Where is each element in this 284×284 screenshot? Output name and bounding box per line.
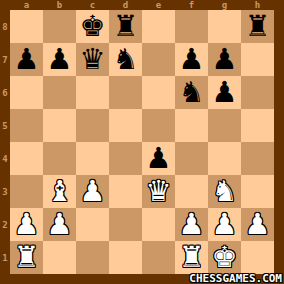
square-c4 bbox=[76, 142, 109, 175]
square-c5 bbox=[76, 109, 109, 142]
square-e8 bbox=[142, 10, 175, 43]
square-b6 bbox=[43, 76, 76, 109]
square-b8 bbox=[43, 10, 76, 43]
piece-white-pawn: ♟ bbox=[80, 175, 106, 208]
rank-label-1: 1 bbox=[0, 241, 10, 274]
file-labels: abcdefgh bbox=[10, 0, 274, 10]
square-d2 bbox=[109, 208, 142, 241]
square-e5 bbox=[142, 109, 175, 142]
square-h1 bbox=[241, 241, 274, 274]
piece-white-bishop: ♝ bbox=[47, 175, 73, 208]
square-f4 bbox=[175, 142, 208, 175]
piece-black-knight: ♞ bbox=[179, 76, 205, 109]
square-e7 bbox=[142, 43, 175, 76]
square-c8: ♚ bbox=[76, 10, 109, 43]
piece-black-pawn: ♟ bbox=[212, 76, 238, 109]
square-h2: ♟ bbox=[241, 208, 274, 241]
square-f6: ♞ bbox=[175, 76, 208, 109]
rank-labels: 87654321 bbox=[0, 10, 10, 274]
piece-black-rook: ♜ bbox=[245, 10, 271, 43]
piece-white-pawn: ♟ bbox=[14, 208, 40, 241]
piece-black-king: ♚ bbox=[80, 10, 106, 43]
square-b2: ♟ bbox=[43, 208, 76, 241]
site-label: CHESSGAMES.COM bbox=[189, 273, 282, 284]
square-f1: ♜ bbox=[175, 241, 208, 274]
square-c2 bbox=[76, 208, 109, 241]
piece-white-king: ♚ bbox=[212, 241, 238, 274]
square-f8 bbox=[175, 10, 208, 43]
square-e6 bbox=[142, 76, 175, 109]
square-a1: ♜ bbox=[10, 241, 43, 274]
square-h6 bbox=[241, 76, 274, 109]
square-h3 bbox=[241, 175, 274, 208]
piece-black-pawn: ♟ bbox=[14, 43, 40, 76]
square-d5 bbox=[109, 109, 142, 142]
rank-label-5: 5 bbox=[0, 109, 10, 142]
piece-white-pawn: ♟ bbox=[179, 208, 205, 241]
square-f5 bbox=[175, 109, 208, 142]
square-d8: ♜ bbox=[109, 10, 142, 43]
rank-label-4: 4 bbox=[0, 142, 10, 175]
square-f3 bbox=[175, 175, 208, 208]
rank-label-7: 7 bbox=[0, 43, 10, 76]
square-b5 bbox=[43, 109, 76, 142]
piece-black-knight: ♞ bbox=[113, 43, 139, 76]
square-a6 bbox=[10, 76, 43, 109]
rank-label-2: 2 bbox=[0, 208, 10, 241]
chess-diagram-frame: abcdefgh 87654321 ♚♜♜♟♟♛♞♟♟♞♟♟♝♟♛♞♟♟♟♟♟♜… bbox=[0, 0, 284, 284]
square-e2 bbox=[142, 208, 175, 241]
piece-white-pawn: ♟ bbox=[245, 208, 271, 241]
square-h7 bbox=[241, 43, 274, 76]
square-a3 bbox=[10, 175, 43, 208]
square-b3: ♝ bbox=[43, 175, 76, 208]
square-b1 bbox=[43, 241, 76, 274]
rank-label-3: 3 bbox=[0, 175, 10, 208]
square-g2: ♟ bbox=[208, 208, 241, 241]
square-h8: ♜ bbox=[241, 10, 274, 43]
square-d6 bbox=[109, 76, 142, 109]
piece-black-pawn: ♟ bbox=[179, 43, 205, 76]
piece-white-knight: ♞ bbox=[212, 175, 238, 208]
piece-white-pawn: ♟ bbox=[47, 208, 73, 241]
square-a8 bbox=[10, 10, 43, 43]
piece-white-queen: ♛ bbox=[146, 175, 172, 208]
square-f2: ♟ bbox=[175, 208, 208, 241]
square-g5 bbox=[208, 109, 241, 142]
square-g8 bbox=[208, 10, 241, 43]
square-h5 bbox=[241, 109, 274, 142]
chess-board: ♚♜♜♟♟♛♞♟♟♞♟♟♝♟♛♞♟♟♟♟♟♜♜♚ bbox=[10, 10, 274, 274]
square-a7: ♟ bbox=[10, 43, 43, 76]
square-e1 bbox=[142, 241, 175, 274]
square-g3: ♞ bbox=[208, 175, 241, 208]
square-g7: ♟ bbox=[208, 43, 241, 76]
square-d4 bbox=[109, 142, 142, 175]
piece-white-rook: ♜ bbox=[14, 241, 40, 274]
file-label-g: g bbox=[208, 0, 241, 10]
square-e3: ♛ bbox=[142, 175, 175, 208]
square-a2: ♟ bbox=[10, 208, 43, 241]
piece-black-pawn: ♟ bbox=[212, 43, 238, 76]
square-d3 bbox=[109, 175, 142, 208]
square-h4 bbox=[241, 142, 274, 175]
square-d1 bbox=[109, 241, 142, 274]
rank-label-8: 8 bbox=[0, 10, 10, 43]
rank-label-6: 6 bbox=[0, 76, 10, 109]
square-a5 bbox=[10, 109, 43, 142]
file-label-f: f bbox=[175, 0, 208, 10]
file-label-b: b bbox=[43, 0, 76, 10]
square-g1: ♚ bbox=[208, 241, 241, 274]
square-g6: ♟ bbox=[208, 76, 241, 109]
square-b7: ♟ bbox=[43, 43, 76, 76]
piece-black-queen: ♛ bbox=[80, 43, 106, 76]
piece-black-pawn: ♟ bbox=[146, 142, 172, 175]
piece-white-pawn: ♟ bbox=[212, 208, 238, 241]
square-b4 bbox=[43, 142, 76, 175]
piece-black-pawn: ♟ bbox=[47, 43, 73, 76]
piece-white-rook: ♜ bbox=[179, 241, 205, 274]
square-c7: ♛ bbox=[76, 43, 109, 76]
square-c3: ♟ bbox=[76, 175, 109, 208]
file-label-e: e bbox=[142, 0, 175, 10]
square-c1 bbox=[76, 241, 109, 274]
square-e4: ♟ bbox=[142, 142, 175, 175]
square-c6 bbox=[76, 76, 109, 109]
square-d7: ♞ bbox=[109, 43, 142, 76]
file-label-a: a bbox=[10, 0, 43, 10]
square-a4 bbox=[10, 142, 43, 175]
square-g4 bbox=[208, 142, 241, 175]
square-f7: ♟ bbox=[175, 43, 208, 76]
piece-black-rook: ♜ bbox=[113, 10, 139, 43]
